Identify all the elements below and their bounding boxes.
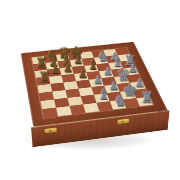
brass-rook: ♜ xyxy=(35,70,53,85)
silver-knight: ♞ xyxy=(110,93,129,109)
chess-box: ♞♛♚♜♟♝♟♞♟♟♟♝♝♜♜♟♟♟♟♛♟♟♝♚♞♜ xyxy=(21,42,168,127)
perspective-wrapper: ♞♛♚♜♟♝♟♞♟♟♟♝♝♜♜♟♟♟♟♛♟♟♝♚♞♜ xyxy=(0,0,180,180)
square-a5: ♜ xyxy=(36,77,50,86)
square-c2 xyxy=(67,96,83,106)
silver-rook: ♜ xyxy=(137,90,156,106)
square-f1: ♞ xyxy=(110,100,127,110)
square-e2: ♝ xyxy=(94,93,110,103)
square-h1: ♜ xyxy=(136,97,153,107)
square-d5: ♟ xyxy=(74,73,89,82)
chess-set-photo: ♞♛♚♜♟♝♟♞♟♟♟♝♝♜♜♟♟♟♟♛♟♟♝♚♞♜ xyxy=(0,0,180,180)
